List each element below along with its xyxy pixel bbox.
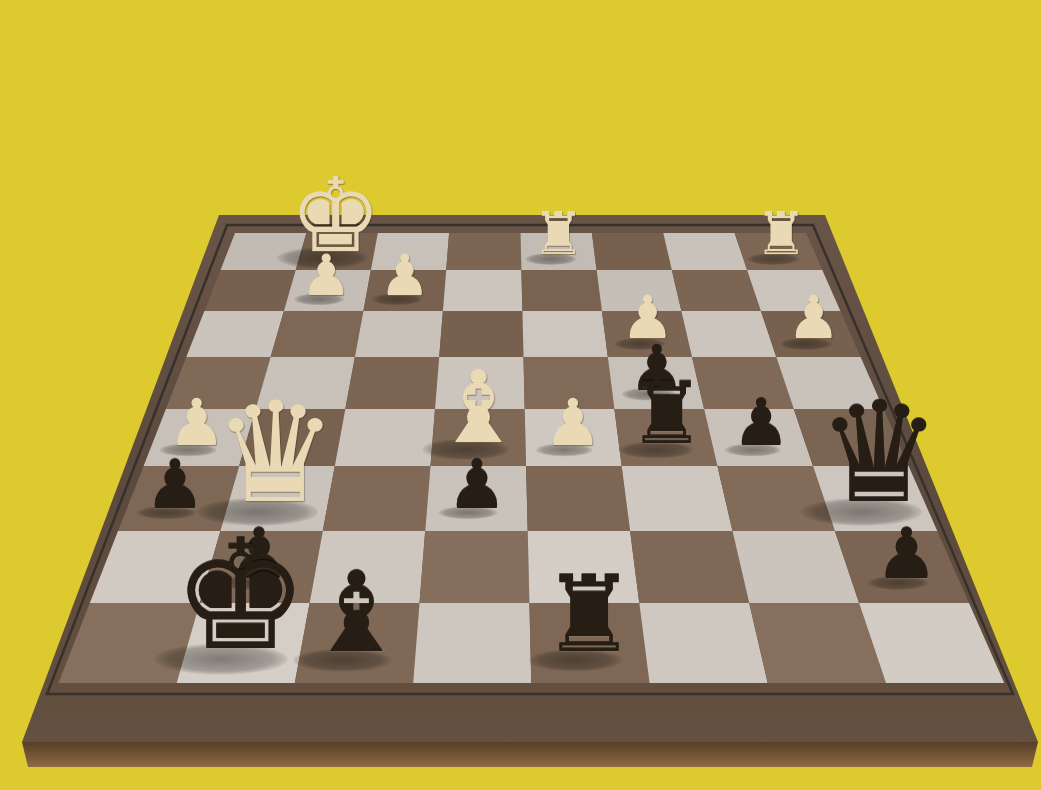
piece-white-pawn-d5[interactable]: ♟ bbox=[544, 392, 602, 454]
piece-white-rook-d1[interactable]: ♜ bbox=[532, 207, 585, 263]
piece-black-rook-d8[interactable]: ♜ bbox=[541, 566, 636, 667]
piece-white-queen-g6[interactable]: ♛ bbox=[213, 387, 338, 519]
piece-black-queen-a6[interactable]: ♛ bbox=[817, 387, 942, 519]
square-c8[interactable] bbox=[639, 603, 767, 683]
square-c1[interactable] bbox=[592, 233, 672, 270]
piece-white-pawn-f2[interactable]: ♟ bbox=[379, 248, 430, 302]
piece-black-pawn-b5[interactable]: ♟ bbox=[732, 392, 790, 454]
square-f3[interactable] bbox=[355, 311, 443, 357]
piece-white-pawn-g2[interactable]: ♟ bbox=[301, 248, 352, 302]
square-c6[interactable] bbox=[622, 466, 733, 531]
board-side-edge bbox=[22, 742, 1038, 767]
piece-black-king-g8[interactable]: ♚ bbox=[173, 523, 309, 667]
square-b2[interactable] bbox=[672, 270, 761, 311]
piece-white-pawn-a3[interactable]: ♟ bbox=[787, 291, 840, 348]
piece-white-rook-a1[interactable]: ♜ bbox=[755, 207, 808, 263]
square-c7[interactable] bbox=[630, 531, 749, 603]
square-d3[interactable] bbox=[522, 311, 607, 357]
square-b3[interactable] bbox=[681, 311, 776, 357]
square-e7[interactable] bbox=[420, 531, 530, 603]
square-f4[interactable] bbox=[345, 357, 439, 409]
square-d6[interactable] bbox=[526, 466, 630, 531]
piece-black-pawn-a7[interactable]: ♟ bbox=[875, 520, 938, 587]
piece-black-pawn-e6[interactable]: ♟ bbox=[447, 453, 507, 517]
square-e8[interactable] bbox=[413, 603, 531, 683]
square-e2[interactable] bbox=[443, 270, 523, 311]
square-b1[interactable] bbox=[663, 233, 747, 270]
piece-white-bishop-e5[interactable]: ♝ bbox=[434, 360, 524, 455]
square-g3[interactable] bbox=[271, 311, 364, 357]
piece-black-bishop-f8[interactable]: ♝ bbox=[307, 560, 407, 666]
square-f6[interactable] bbox=[323, 466, 431, 531]
square-d2[interactable] bbox=[521, 270, 602, 311]
square-h2[interactable] bbox=[204, 270, 295, 311]
square-e1[interactable] bbox=[446, 233, 521, 270]
piece-black-rook-c5[interactable]: ♜ bbox=[628, 373, 705, 454]
square-f5[interactable] bbox=[335, 409, 435, 466]
chessboard-scene: ♚♜♜♟♟♟♟♟♟♟♝♜♟♛♟♟♛♟♟♚♝♜ bbox=[0, 0, 1041, 790]
